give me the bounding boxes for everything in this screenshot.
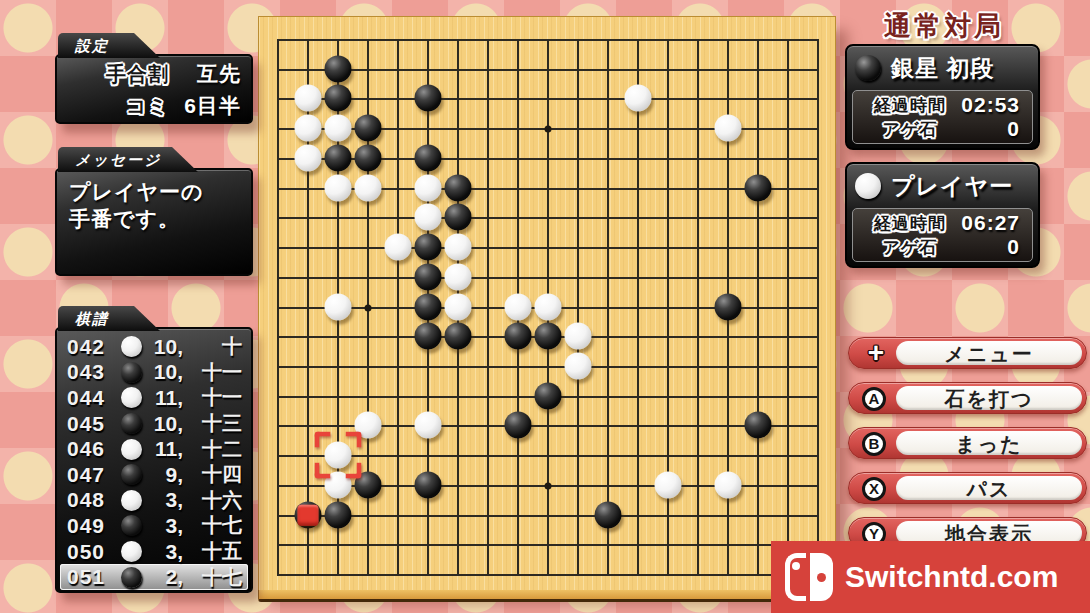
button-label: パス	[896, 476, 1082, 500]
move-number: 048	[67, 488, 119, 512]
settings-tab: 設定	[58, 33, 160, 58]
black-stone	[325, 501, 352, 528]
white-stone	[445, 233, 472, 260]
move-column: 3,	[147, 514, 183, 538]
grid-line	[607, 39, 609, 576]
move-column: 9,	[147, 463, 183, 487]
black-captures-row: アゲ石 0	[859, 117, 1026, 141]
move-number: 047	[67, 463, 119, 487]
white-stone	[715, 471, 742, 498]
black-stone	[325, 55, 352, 82]
black-stone	[745, 174, 772, 201]
black-stone	[505, 323, 532, 350]
move-column: 2,	[147, 565, 183, 589]
black-stone-icon	[121, 413, 142, 434]
black-time-label: 経過時間	[859, 94, 961, 117]
white-stone-icon	[855, 173, 881, 199]
black-captures-label: アゲ石	[859, 118, 961, 141]
black-stone	[535, 323, 562, 350]
move-column: 11,	[147, 386, 183, 410]
mode-title: 通常対局	[884, 8, 1004, 44]
white-stone	[415, 412, 442, 439]
kifu-panel: 棋譜 04210,十04310,十一04411,十一04510,十三04611,…	[55, 327, 253, 593]
white-stone-icon	[121, 541, 142, 562]
white-time-value: 06:27	[961, 211, 1026, 235]
star-point	[365, 304, 372, 311]
move-column: 3,	[147, 488, 183, 512]
move-column: 3,	[147, 540, 183, 564]
black-player-stats: 経過時間 02:53 アゲ石 0	[852, 90, 1033, 144]
white-stone	[655, 471, 682, 498]
b-button-icon: B	[862, 432, 886, 456]
white-stone	[295, 144, 322, 171]
cursor-marker	[315, 432, 362, 479]
grid-line	[697, 39, 699, 576]
black-stone	[745, 412, 772, 439]
button-x[interactable]: Xパス	[848, 472, 1087, 504]
move-row-kanji: 十三	[183, 410, 245, 437]
kifu-move-list: 04210,十04310,十一04411,十一04510,十三04611,十二0…	[57, 334, 251, 590]
move-row-kanji: 十一	[183, 384, 245, 411]
message-line-2: 手番です。	[69, 205, 239, 232]
player-card-black-header: 銀星 初段	[847, 46, 1038, 90]
handicap-row: 手合割 互先	[57, 58, 251, 90]
handicap-value: 互先	[169, 60, 241, 88]
white-captures-value: 0	[961, 235, 1026, 259]
black-stone	[505, 412, 532, 439]
kifu-move-row: 0493,十七	[57, 513, 251, 539]
black-stone-icon	[855, 55, 881, 81]
white-stone	[445, 293, 472, 320]
move-row-kanji: 十二	[183, 436, 245, 463]
kifu-move-row: 04210,十	[57, 334, 251, 360]
move-row-kanji: 十一	[183, 359, 245, 386]
switch-logo-icon	[785, 553, 833, 601]
move-row-kanji: 十五	[183, 538, 245, 565]
player-card-white: プレイヤー 経過時間 06:27 アゲ石 0	[845, 162, 1040, 268]
board-grid[interactable]	[278, 40, 818, 575]
white-stone	[505, 293, 532, 320]
kifu-move-row: 04611,十二	[57, 436, 251, 462]
black-stone	[355, 144, 382, 171]
kifu-move-row: 0512,十七	[60, 564, 248, 590]
kifu-move-row: 0479,十四	[57, 462, 251, 488]
move-column: 10,	[147, 335, 183, 359]
kifu-move-row: 04510,十三	[57, 411, 251, 437]
game-screen: 設定 手合割 互先 コミ 6目半 メッセージ プレイヤーの 手番です。 棋譜 0…	[0, 0, 1090, 613]
white-stone	[295, 115, 322, 142]
black-stone	[715, 293, 742, 320]
move-row-kanji: 十七	[183, 512, 245, 539]
button-plus-menu[interactable]: +メニュー	[848, 337, 1087, 369]
black-stone	[445, 204, 472, 231]
star-point	[545, 482, 552, 489]
komi-row: コミ 6目半	[57, 90, 251, 122]
player-card-white-header: プレイヤー	[847, 164, 1038, 208]
white-stone-icon	[121, 439, 142, 460]
white-stone	[565, 352, 592, 379]
move-row-kanji: 十四	[183, 461, 245, 488]
a-button-icon: A	[862, 387, 886, 411]
black-stone	[415, 471, 442, 498]
white-stone-icon	[121, 490, 142, 511]
black-stone	[595, 501, 622, 528]
button-label: 石を打つ	[896, 386, 1082, 410]
black-stone	[415, 293, 442, 320]
black-stone	[415, 263, 442, 290]
black-stone	[415, 85, 442, 112]
kifu-tab: 棋譜	[58, 306, 160, 331]
watermark-text: Switchntd.com	[845, 560, 1058, 594]
white-player-name: プレイヤー	[891, 171, 1013, 202]
white-time-label: 経過時間	[859, 212, 961, 235]
star-point	[545, 126, 552, 133]
white-captures-label: アゲ石	[859, 236, 961, 259]
white-stone	[325, 293, 352, 320]
black-stone-icon	[121, 515, 142, 536]
white-time-row: 経過時間 06:27	[859, 211, 1026, 235]
black-stone	[445, 174, 472, 201]
black-stone	[445, 323, 472, 350]
move-column: 11,	[147, 437, 183, 461]
board-edge	[258, 590, 836, 602]
black-stone	[325, 144, 352, 171]
white-stone	[415, 174, 442, 201]
last-move-marker	[298, 504, 319, 525]
white-stone	[295, 85, 322, 112]
komi-label: コミ	[65, 93, 169, 120]
move-row-kanji: 十六	[183, 487, 245, 514]
white-stone	[535, 293, 562, 320]
komi-value: 6目半	[169, 92, 241, 120]
handicap-label: 手合割	[65, 61, 169, 88]
grid-line	[637, 39, 639, 576]
black-stone	[415, 323, 442, 350]
kifu-move-row: 04411,十一	[57, 385, 251, 411]
black-stone	[535, 382, 562, 409]
white-player-stats: 経過時間 06:27 アゲ石 0	[852, 208, 1033, 262]
button-label: メニュー	[896, 341, 1082, 365]
move-number: 043	[67, 360, 119, 384]
button-label: まった	[896, 431, 1082, 455]
white-stone-icon	[121, 336, 142, 357]
move-column: 10,	[147, 412, 183, 436]
kifu-move-row: 0483,十六	[57, 488, 251, 514]
settings-panel: 設定 手合割 互先 コミ 6目半	[55, 54, 253, 124]
black-time-row: 経過時間 02:53	[859, 93, 1026, 117]
grid-line	[787, 39, 789, 576]
grid-line	[757, 39, 759, 576]
grid-line	[277, 544, 819, 546]
white-stone	[715, 115, 742, 142]
message-panel: メッセージ プレイヤーの 手番です。	[55, 168, 253, 276]
message-tab: メッセージ	[58, 147, 198, 172]
grid-line	[577, 39, 579, 576]
black-stone	[415, 144, 442, 171]
move-number: 046	[67, 437, 119, 461]
black-captures-value: 0	[961, 117, 1026, 141]
white-stone	[415, 204, 442, 231]
white-stone	[385, 233, 412, 260]
grid-line	[277, 515, 819, 517]
move-number: 042	[67, 335, 119, 359]
black-time-value: 02:53	[961, 93, 1026, 117]
message-line-1: プレイヤーの	[69, 178, 239, 205]
x-button-icon: X	[862, 477, 886, 501]
black-stone	[415, 233, 442, 260]
watermark-band: Switchntd.com	[771, 541, 1090, 613]
white-stone	[325, 174, 352, 201]
white-captures-row: アゲ石 0	[859, 235, 1026, 259]
move-number: 050	[67, 540, 119, 564]
white-stone	[445, 263, 472, 290]
white-stone	[625, 85, 652, 112]
plus-button-icon: +	[864, 339, 888, 367]
kifu-move-row: 0503,十五	[57, 539, 251, 565]
go-board[interactable]	[258, 16, 836, 590]
black-stone	[355, 115, 382, 142]
grid-line	[277, 366, 819, 368]
black-stone-icon	[121, 362, 142, 383]
black-stone-icon	[121, 567, 142, 588]
move-number: 044	[67, 386, 119, 410]
button-a[interactable]: A石を打つ	[848, 382, 1087, 414]
white-stone	[325, 115, 352, 142]
grid-line	[277, 574, 819, 576]
grid-line	[817, 39, 819, 576]
move-column: 10,	[147, 360, 183, 384]
white-stone	[565, 323, 592, 350]
white-stone	[355, 174, 382, 201]
move-row-kanji: 十七	[183, 564, 245, 591]
black-player-name: 銀星 初段	[891, 53, 994, 84]
move-row-kanji: 十	[183, 333, 245, 360]
button-b[interactable]: Bまった	[848, 427, 1087, 459]
white-stone-icon	[121, 387, 142, 408]
move-number: 051	[67, 565, 119, 589]
move-number: 045	[67, 412, 119, 436]
black-stone	[325, 85, 352, 112]
player-card-black: 銀星 初段 経過時間 02:53 アゲ石 0	[845, 44, 1040, 150]
kifu-move-row: 04310,十一	[57, 360, 251, 386]
black-stone-icon	[121, 464, 142, 485]
move-number: 049	[67, 514, 119, 538]
